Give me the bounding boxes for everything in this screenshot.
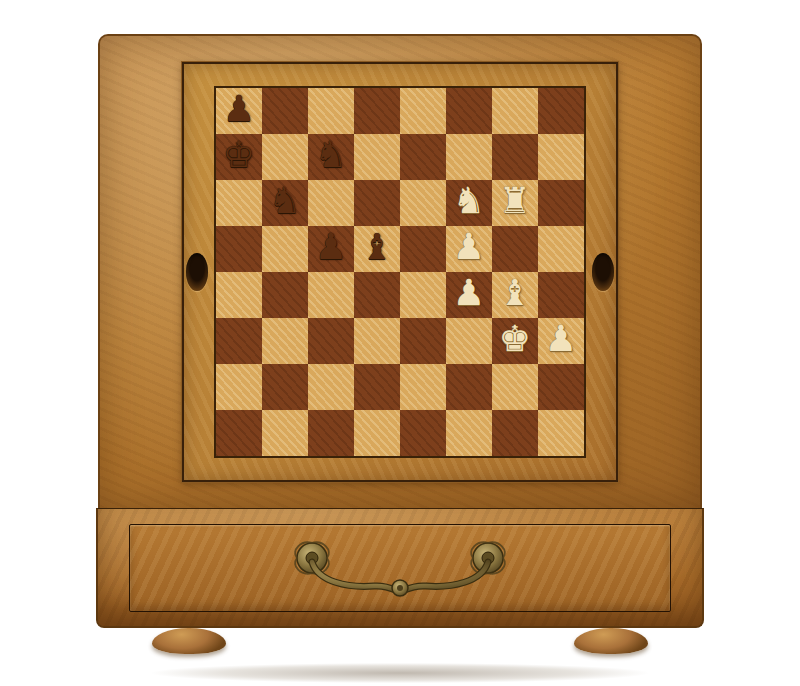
square-c7[interactable]: ♞: [308, 134, 354, 180]
piece-white-bishop[interactable]: ♝: [499, 275, 531, 311]
square-f6[interactable]: ♞: [446, 180, 492, 226]
square-f2[interactable]: [446, 364, 492, 410]
bun-foot-right: [574, 628, 648, 654]
square-b3[interactable]: [262, 318, 308, 364]
square-a4[interactable]: [216, 272, 262, 318]
square-b8[interactable]: [262, 88, 308, 134]
square-h4[interactable]: [538, 272, 584, 318]
square-a7[interactable]: ♚: [216, 134, 262, 180]
square-e7[interactable]: [400, 134, 446, 180]
square-c6[interactable]: [308, 180, 354, 226]
square-a3[interactable]: [216, 318, 262, 364]
square-e8[interactable]: [400, 88, 446, 134]
square-e5[interactable]: [400, 226, 446, 272]
chess-box-top: ♟♚♞♞♞♜♟♝♟♟♝♚♟: [98, 34, 702, 508]
square-e1[interactable]: [400, 410, 446, 456]
square-a1[interactable]: [216, 410, 262, 456]
square-a8[interactable]: ♟: [216, 88, 262, 134]
piece-white-king[interactable]: ♚: [499, 321, 531, 357]
square-d1[interactable]: [354, 410, 400, 456]
piece-black-pawn[interactable]: ♟: [223, 91, 255, 127]
square-f1[interactable]: [446, 410, 492, 456]
square-e3[interactable]: [400, 318, 446, 364]
square-b6[interactable]: ♞: [262, 180, 308, 226]
piece-white-pawn[interactable]: ♟: [453, 229, 485, 265]
piece-white-pawn[interactable]: ♟: [453, 275, 485, 311]
piece-black-pawn[interactable]: ♟: [315, 229, 347, 265]
piece-black-bishop[interactable]: ♝: [361, 229, 393, 265]
piece-white-pawn[interactable]: ♟: [545, 321, 577, 357]
board-frame: ♟♚♞♞♞♜♟♝♟♟♝♚♟: [182, 62, 618, 482]
square-g5[interactable]: [492, 226, 538, 272]
square-g4[interactable]: ♝: [492, 272, 538, 318]
square-f8[interactable]: [446, 88, 492, 134]
square-c5[interactable]: ♟: [308, 226, 354, 272]
square-f7[interactable]: [446, 134, 492, 180]
square-a5[interactable]: [216, 226, 262, 272]
square-d5[interactable]: ♝: [354, 226, 400, 272]
square-d8[interactable]: [354, 88, 400, 134]
square-h7[interactable]: [538, 134, 584, 180]
chess-box-front: [96, 508, 704, 628]
finger-notch-right: [592, 253, 614, 291]
square-c2[interactable]: [308, 364, 354, 410]
piece-black-king[interactable]: ♚: [223, 137, 255, 173]
square-f5[interactable]: ♟: [446, 226, 492, 272]
square-g6[interactable]: ♜: [492, 180, 538, 226]
square-h6[interactable]: [538, 180, 584, 226]
square-b7[interactable]: [262, 134, 308, 180]
drop-shadow: [80, 660, 720, 686]
square-d6[interactable]: [354, 180, 400, 226]
square-b4[interactable]: [262, 272, 308, 318]
square-h1[interactable]: [538, 410, 584, 456]
finger-notch-left: [186, 253, 208, 291]
bun-feet: [98, 628, 702, 654]
square-d3[interactable]: [354, 318, 400, 364]
square-d4[interactable]: [354, 272, 400, 318]
square-a2[interactable]: [216, 364, 262, 410]
product-photo: ♟♚♞♞♞♜♟♝♟♟♝♚♟: [0, 0, 800, 686]
square-h2[interactable]: [538, 364, 584, 410]
square-c1[interactable]: [308, 410, 354, 456]
square-d2[interactable]: [354, 364, 400, 410]
square-g3[interactable]: ♚: [492, 318, 538, 364]
bun-foot-left: [152, 628, 226, 654]
square-g2[interactable]: [492, 364, 538, 410]
square-b5[interactable]: [262, 226, 308, 272]
square-f4[interactable]: ♟: [446, 272, 492, 318]
piece-black-knight[interactable]: ♞: [269, 183, 301, 219]
square-b2[interactable]: [262, 364, 308, 410]
square-c3[interactable]: [308, 318, 354, 364]
square-e2[interactable]: [400, 364, 446, 410]
square-h5[interactable]: [538, 226, 584, 272]
piece-white-rook[interactable]: ♜: [499, 183, 531, 219]
square-g1[interactable]: [492, 410, 538, 456]
square-f3[interactable]: [446, 318, 492, 364]
storage-drawer[interactable]: [129, 524, 671, 612]
square-g8[interactable]: [492, 88, 538, 134]
square-b1[interactable]: [262, 410, 308, 456]
square-e4[interactable]: [400, 272, 446, 318]
chess-board: ♟♚♞♞♞♜♟♝♟♟♝♚♟: [214, 86, 586, 458]
square-c8[interactable]: [308, 88, 354, 134]
piece-white-knight[interactable]: ♞: [453, 183, 485, 219]
square-d7[interactable]: [354, 134, 400, 180]
square-e6[interactable]: [400, 180, 446, 226]
square-g7[interactable]: [492, 134, 538, 180]
piece-black-knight[interactable]: ♞: [315, 137, 347, 173]
square-c4[interactable]: [308, 272, 354, 318]
brass-drawer-handle-icon[interactable]: [270, 536, 530, 600]
square-h3[interactable]: ♟: [538, 318, 584, 364]
square-h8[interactable]: [538, 88, 584, 134]
square-a6[interactable]: [216, 180, 262, 226]
